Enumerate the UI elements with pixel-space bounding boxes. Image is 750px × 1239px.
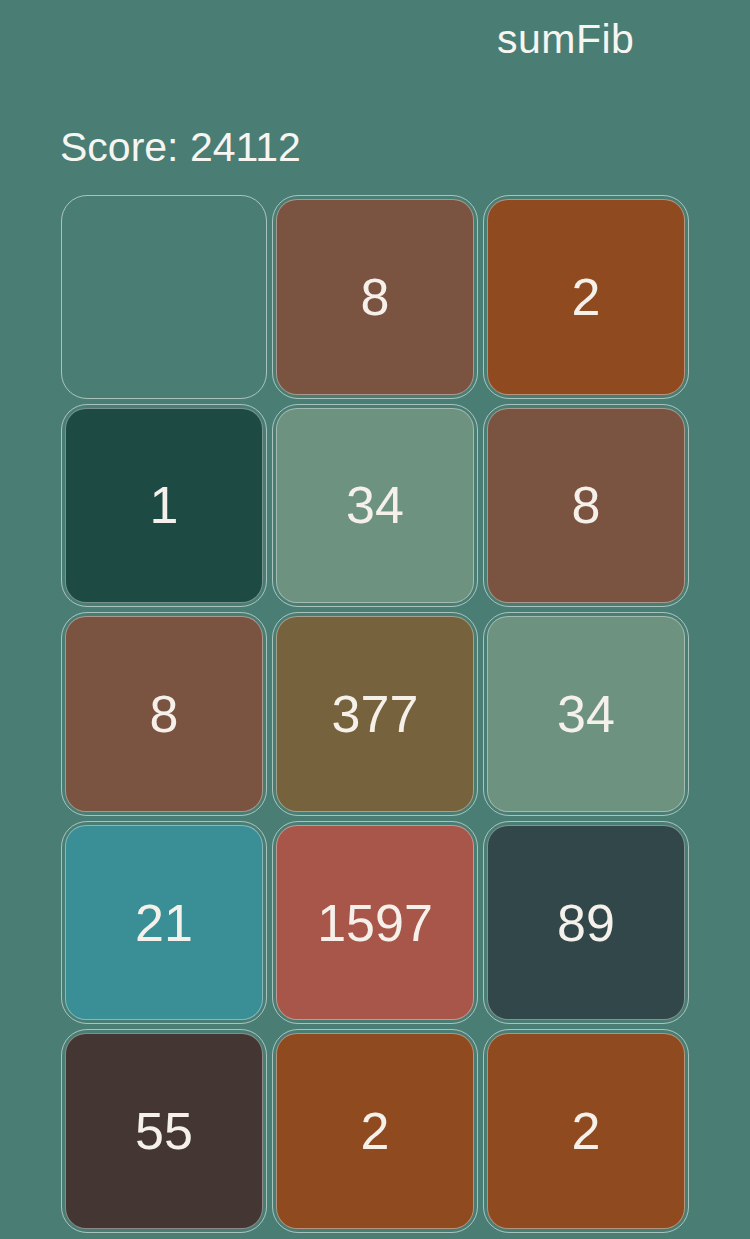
tile-cell: 8 [272,195,478,399]
tile-2: 2 [276,1033,474,1229]
tile-cell: 2 [483,195,689,399]
tile-8: 8 [65,616,263,812]
app-title: sumFib [497,16,634,63]
tile-cell: 2 [483,1029,689,1233]
tile-377: 377 [276,616,474,812]
tile-cell: 34 [272,404,478,608]
tile-cell: 1597 [272,821,478,1025]
tile-cell: 2 [272,1029,478,1233]
tile-cell: 34 [483,612,689,816]
tile-cell: 1 [61,404,267,608]
tile-cell: 8 [61,612,267,816]
tile-8: 8 [276,199,474,395]
tile-cell: 8 [483,404,689,608]
tile-1: 1 [65,408,263,604]
tile-cell: 89 [483,821,689,1025]
empty-cell [61,195,267,399]
tile-34: 34 [487,616,685,812]
tile-21: 21 [65,825,263,1021]
tile-1597: 1597 [276,825,474,1021]
tile-34: 34 [276,408,474,604]
tile-8: 8 [487,408,685,604]
tile-cell: 377 [272,612,478,816]
tile-2: 2 [487,199,685,395]
tile-cell: 21 [61,821,267,1025]
tile-55: 55 [65,1033,263,1229]
tile-cell: 55 [61,1029,267,1233]
score-label: Score: 24112 [60,124,301,171]
tile-2: 2 [487,1033,685,1229]
game-board[interactable]: 821348837734211597895522 [61,195,689,1233]
tile-89: 89 [487,825,685,1021]
